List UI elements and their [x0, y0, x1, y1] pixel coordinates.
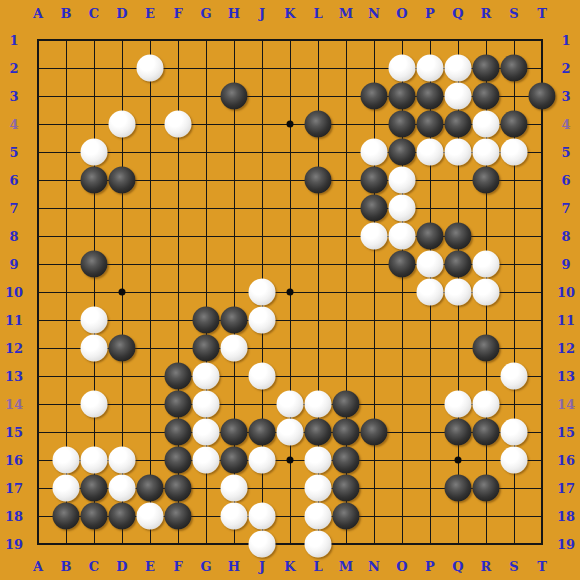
white-stone[interactable]	[417, 55, 444, 82]
black-stone[interactable]	[109, 335, 136, 362]
row-label-left: 12	[5, 342, 23, 355]
row-label-right: 1	[561, 34, 570, 47]
white-stone[interactable]	[473, 251, 500, 278]
white-stone[interactable]	[81, 447, 108, 474]
black-stone[interactable]	[501, 55, 528, 82]
white-stone[interactable]	[445, 139, 472, 166]
black-stone[interactable]	[473, 167, 500, 194]
white-stone[interactable]	[473, 139, 500, 166]
black-stone[interactable]	[81, 167, 108, 194]
white-stone[interactable]	[193, 447, 220, 474]
white-stone[interactable]	[445, 83, 472, 110]
column-label-bottom: L	[313, 560, 322, 573]
black-stone[interactable]	[193, 335, 220, 362]
white-stone[interactable]	[389, 167, 416, 194]
white-stone[interactable]	[249, 279, 276, 306]
column-label-bottom: F	[173, 560, 182, 573]
column-label-bottom: K	[284, 560, 295, 573]
white-stone[interactable]	[305, 531, 332, 558]
white-stone[interactable]	[501, 139, 528, 166]
black-stone[interactable]	[165, 419, 192, 446]
row-label-right: 6	[561, 174, 570, 187]
column-label-bottom: A	[33, 560, 43, 573]
white-stone[interactable]	[389, 55, 416, 82]
white-stone[interactable]	[221, 475, 248, 502]
column-label-bottom: E	[145, 560, 155, 573]
white-stone[interactable]	[53, 475, 80, 502]
white-stone[interactable]	[193, 419, 220, 446]
black-stone[interactable]	[221, 83, 248, 110]
column-label-bottom: N	[368, 560, 380, 573]
black-stone[interactable]	[221, 447, 248, 474]
black-stone[interactable]	[445, 419, 472, 446]
row-label-left: 5	[9, 146, 18, 159]
white-stone[interactable]	[109, 447, 136, 474]
go-board[interactable]: AABBCCDDEEFFGGHHJJKKLLMMNNOOPPQQRRSSTT11…	[0, 0, 580, 580]
column-label-top: J	[259, 7, 265, 20]
column-label-bottom: D	[116, 560, 127, 573]
row-label-right: 16	[557, 454, 575, 467]
column-label-top: D	[116, 7, 127, 20]
row-label-right: 15	[557, 426, 575, 439]
column-label-bottom: R	[481, 560, 492, 573]
white-stone[interactable]	[445, 279, 472, 306]
row-label-left: 14	[5, 398, 23, 411]
row-label-left: 15	[5, 426, 23, 439]
row-label-right: 13	[557, 370, 575, 383]
column-label-top: E	[145, 7, 155, 20]
black-stone[interactable]	[333, 475, 360, 502]
black-stone[interactable]	[361, 83, 388, 110]
black-stone[interactable]	[333, 419, 360, 446]
column-label-bottom: O	[396, 560, 407, 573]
column-label-top: H	[228, 7, 240, 20]
black-stone[interactable]	[473, 419, 500, 446]
black-stone[interactable]	[445, 111, 472, 138]
white-stone[interactable]	[277, 391, 304, 418]
row-label-right: 18	[557, 510, 575, 523]
white-stone[interactable]	[361, 139, 388, 166]
black-stone[interactable]	[417, 223, 444, 250]
column-label-bottom: J	[259, 560, 265, 573]
row-label-left: 9	[9, 258, 18, 271]
column-label-top: M	[339, 7, 353, 20]
column-label-top: Q	[452, 7, 463, 20]
black-stone[interactable]	[221, 307, 248, 334]
black-stone[interactable]	[305, 167, 332, 194]
white-stone[interactable]	[81, 139, 108, 166]
black-stone[interactable]	[445, 223, 472, 250]
black-stone[interactable]	[529, 83, 556, 110]
white-stone[interactable]	[81, 307, 108, 334]
star-point	[119, 289, 126, 296]
white-stone[interactable]	[417, 251, 444, 278]
column-label-bottom: Q	[452, 560, 463, 573]
column-label-bottom: S	[509, 560, 518, 573]
column-label-top: O	[396, 7, 407, 20]
row-label-right: 17	[557, 482, 575, 495]
column-label-top: G	[200, 7, 211, 20]
row-label-right: 5	[561, 146, 570, 159]
column-label-top: N	[368, 7, 380, 20]
white-stone[interactable]	[445, 391, 472, 418]
white-stone[interactable]	[249, 503, 276, 530]
black-stone[interactable]	[193, 307, 220, 334]
black-stone[interactable]	[473, 55, 500, 82]
row-label-right: 10	[557, 286, 575, 299]
white-stone[interactable]	[221, 503, 248, 530]
black-stone[interactable]	[473, 335, 500, 362]
white-stone[interactable]	[473, 391, 500, 418]
column-label-top: P	[425, 7, 435, 20]
black-stone[interactable]	[389, 111, 416, 138]
black-stone[interactable]	[389, 251, 416, 278]
white-stone[interactable]	[277, 419, 304, 446]
white-stone[interactable]	[473, 111, 500, 138]
white-stone[interactable]	[305, 475, 332, 502]
white-stone[interactable]	[361, 223, 388, 250]
white-stone[interactable]	[249, 447, 276, 474]
row-label-left: 18	[5, 510, 23, 523]
white-stone[interactable]	[417, 139, 444, 166]
black-stone[interactable]	[109, 503, 136, 530]
white-stone[interactable]	[249, 307, 276, 334]
column-label-bottom: M	[339, 560, 353, 573]
column-label-bottom: C	[89, 560, 99, 573]
row-label-left: 17	[5, 482, 23, 495]
row-label-left: 19	[5, 538, 23, 551]
black-stone[interactable]	[81, 251, 108, 278]
black-stone[interactable]	[361, 195, 388, 222]
column-label-bottom: G	[200, 560, 211, 573]
white-stone[interactable]	[305, 447, 332, 474]
black-stone[interactable]	[501, 111, 528, 138]
row-label-right: 8	[561, 230, 570, 243]
column-label-bottom: B	[61, 560, 72, 573]
star-point	[287, 457, 294, 464]
row-label-left: 8	[9, 230, 18, 243]
row-label-right: 9	[561, 258, 570, 271]
black-stone[interactable]	[445, 251, 472, 278]
row-label-left: 16	[5, 454, 23, 467]
black-stone[interactable]	[81, 475, 108, 502]
column-label-top: L	[313, 7, 322, 20]
black-stone[interactable]	[473, 475, 500, 502]
black-stone[interactable]	[305, 111, 332, 138]
white-stone[interactable]	[81, 335, 108, 362]
white-stone[interactable]	[81, 391, 108, 418]
column-label-top: K	[284, 7, 295, 20]
row-label-right: 12	[557, 342, 575, 355]
white-stone[interactable]	[137, 503, 164, 530]
white-stone[interactable]	[445, 55, 472, 82]
black-stone[interactable]	[165, 363, 192, 390]
row-label-right: 2	[561, 62, 570, 75]
black-stone[interactable]	[53, 503, 80, 530]
column-label-top: A	[33, 7, 43, 20]
black-stone[interactable]	[333, 447, 360, 474]
white-stone[interactable]	[501, 419, 528, 446]
row-label-right: 19	[557, 538, 575, 551]
row-label-left: 1	[9, 34, 18, 47]
row-label-left: 7	[9, 202, 18, 215]
row-label-right: 3	[561, 90, 570, 103]
row-label-left: 13	[5, 370, 23, 383]
white-stone[interactable]	[249, 531, 276, 558]
white-stone[interactable]	[109, 111, 136, 138]
row-label-left: 2	[9, 62, 18, 75]
black-stone[interactable]	[361, 419, 388, 446]
black-stone[interactable]	[249, 419, 276, 446]
column-label-top: F	[173, 7, 182, 20]
black-stone[interactable]	[333, 503, 360, 530]
black-stone[interactable]	[165, 503, 192, 530]
star-point	[287, 121, 294, 128]
black-stone[interactable]	[165, 391, 192, 418]
black-stone[interactable]	[473, 83, 500, 110]
black-stone[interactable]	[165, 475, 192, 502]
white-stone[interactable]	[305, 503, 332, 530]
white-stone[interactable]	[193, 391, 220, 418]
white-stone[interactable]	[137, 55, 164, 82]
row-label-left: 6	[9, 174, 18, 187]
white-stone[interactable]	[221, 335, 248, 362]
column-label-top: B	[61, 7, 72, 20]
white-stone[interactable]	[193, 363, 220, 390]
black-stone[interactable]	[389, 139, 416, 166]
column-label-top: R	[481, 7, 492, 20]
white-stone[interactable]	[53, 447, 80, 474]
white-stone[interactable]	[165, 111, 192, 138]
white-stone[interactable]	[501, 447, 528, 474]
row-label-right: 11	[557, 314, 575, 327]
black-stone[interactable]	[109, 167, 136, 194]
row-label-right: 7	[561, 202, 570, 215]
black-stone[interactable]	[221, 419, 248, 446]
black-stone[interactable]	[417, 111, 444, 138]
row-label-right: 14	[557, 398, 575, 411]
black-stone[interactable]	[445, 475, 472, 502]
black-stone[interactable]	[417, 83, 444, 110]
column-label-top: S	[509, 7, 518, 20]
white-stone[interactable]	[305, 391, 332, 418]
column-label-top: C	[89, 7, 99, 20]
white-stone[interactable]	[109, 475, 136, 502]
black-stone[interactable]	[81, 503, 108, 530]
star-point	[287, 289, 294, 296]
column-label-top: T	[537, 7, 547, 20]
black-stone[interactable]	[165, 447, 192, 474]
column-label-bottom: P	[425, 560, 435, 573]
row-label-right: 4	[561, 118, 570, 131]
row-label-left: 11	[5, 314, 23, 327]
white-stone[interactable]	[389, 223, 416, 250]
column-label-bottom: H	[228, 560, 240, 573]
black-stone[interactable]	[361, 167, 388, 194]
black-stone[interactable]	[333, 391, 360, 418]
row-label-left: 4	[9, 118, 18, 131]
white-stone[interactable]	[417, 279, 444, 306]
black-stone[interactable]	[137, 475, 164, 502]
white-stone[interactable]	[249, 363, 276, 390]
black-stone[interactable]	[389, 83, 416, 110]
white-stone[interactable]	[473, 279, 500, 306]
white-stone[interactable]	[501, 363, 528, 390]
white-stone[interactable]	[389, 195, 416, 222]
row-label-left: 10	[5, 286, 23, 299]
row-label-left: 3	[9, 90, 18, 103]
black-stone[interactable]	[305, 419, 332, 446]
star-point	[455, 457, 462, 464]
column-label-bottom: T	[537, 560, 547, 573]
